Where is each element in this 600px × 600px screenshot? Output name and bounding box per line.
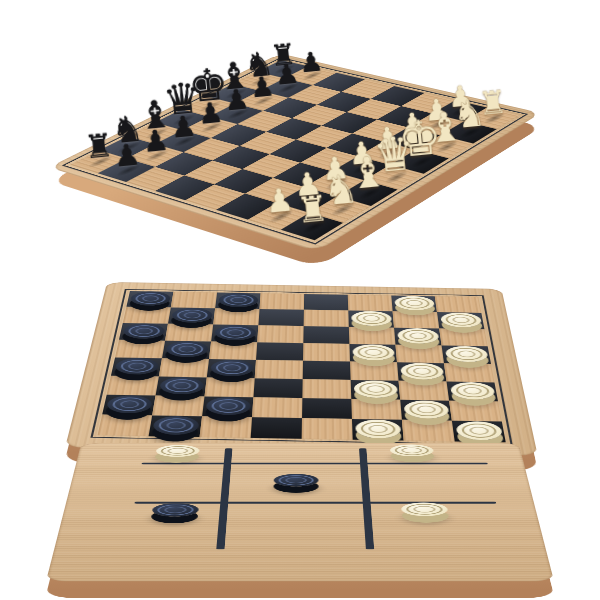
tictactoe-piece-white: [155, 445, 200, 457]
tictactoe-piece-white: [390, 444, 435, 456]
tictactoe-piece-black: [274, 474, 319, 487]
chess-piece-black-pawn: ♟: [170, 112, 198, 143]
tictactoe-board-tilt: [46, 443, 554, 581]
tictactoe-piece-white: [401, 503, 449, 517]
chess-piece-black-pawn: ♟: [197, 98, 225, 129]
chess-piece-black-pawn: ♟: [298, 48, 324, 77]
product-photo-stage: ♜♞♝♛♚♝♞♜♟♟♟♟♟♟♟♟♟♟♟♟♟♟♟♟♜♞♝♛♚♝♞♜: [0, 0, 600, 600]
chess-piece-black-pawn: ♟: [274, 60, 301, 89]
chess-piece-black-pawn: ♟: [223, 85, 251, 115]
tictactoe-piece-black: [151, 503, 199, 517]
tictactoe-board: [65, 272, 535, 600]
tictactoe-board-surface: [46, 443, 554, 581]
chess-piece-black-pawn: ♟: [249, 73, 276, 103]
ttt-grid-line-horizontal-1: [142, 463, 488, 465]
